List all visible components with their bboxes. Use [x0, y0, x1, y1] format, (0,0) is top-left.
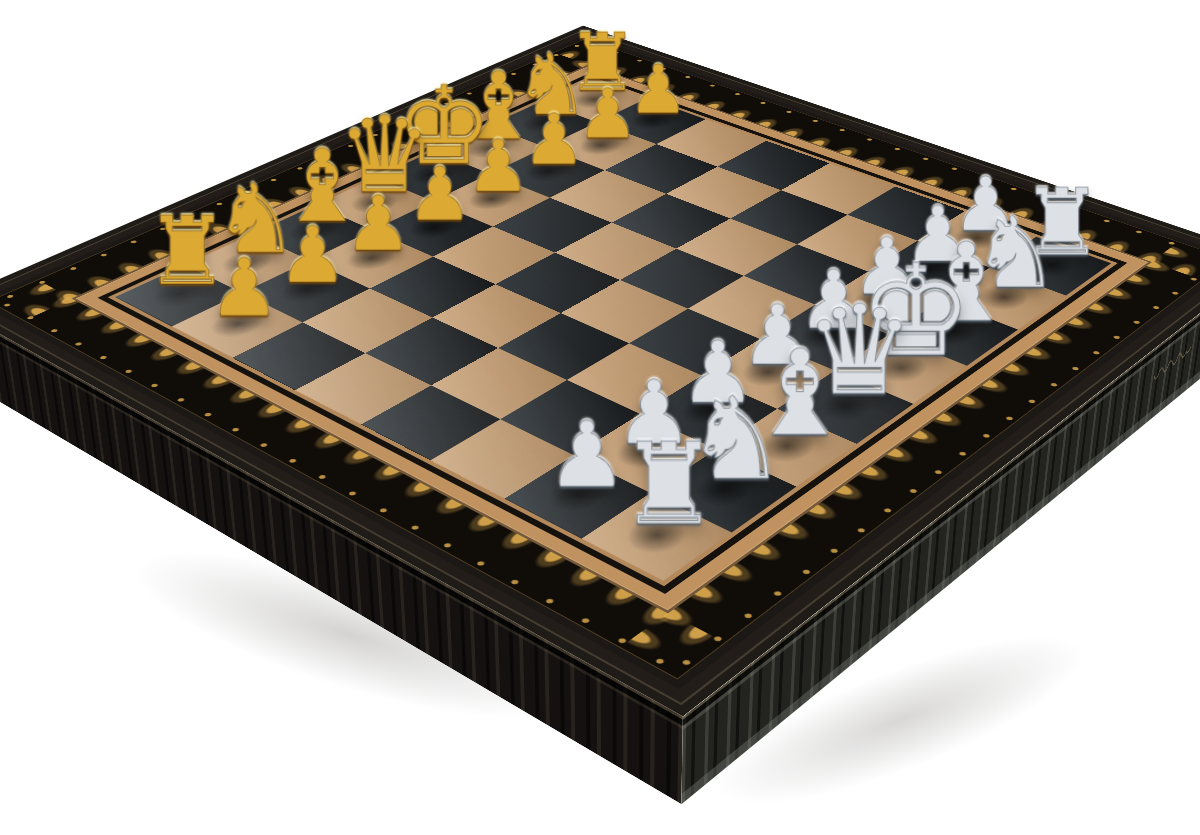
white-pawn[interactable]: ♟ [466, 130, 531, 202]
black-rook[interactable]: ♜ [618, 429, 719, 542]
white-pawn[interactable]: ♟ [577, 80, 639, 149]
product-photo: ♜♞♝♛♚♝♞♜♟♟♟♟♟♟♟♟♟♟♟♟♟♟♟♟♜♞♝♛♚♝♞♜ [0, 0, 1200, 835]
white-pawn[interactable]: ♟ [278, 216, 348, 294]
scene: ♜♞♝♛♚♝♞♜♟♟♟♟♟♟♟♟♟♟♟♟♟♟♟♟♜♞♝♛♚♝♞♜ [0, 0, 1200, 835]
black-pawn[interactable]: ♟ [546, 409, 628, 500]
white-pawn[interactable]: ♟ [344, 186, 412, 262]
white-pawn[interactable]: ♟ [523, 104, 586, 174]
white-pawn[interactable]: ♟ [407, 157, 473, 231]
engraved-signature [1152, 338, 1196, 386]
chess-case: ♜♞♝♛♚♝♞♜♟♟♟♟♟♟♟♟♟♟♟♟♟♟♟♟♜♞♝♛♚♝♞♜ [0, 26, 1200, 717]
white-pawn[interactable]: ♟ [209, 248, 281, 328]
